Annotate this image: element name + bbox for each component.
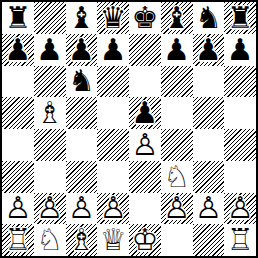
- square-a7[interactable]: ♟♟: [2, 34, 34, 66]
- piece-halo: ♟: [224, 193, 256, 225]
- square-f6[interactable]: [161, 66, 193, 98]
- black-king-e8: ♚: [129, 2, 161, 34]
- square-h3[interactable]: [224, 161, 256, 193]
- square-e8[interactable]: ♚♚: [129, 2, 161, 34]
- square-f1[interactable]: [161, 224, 193, 256]
- square-h5[interactable]: [224, 97, 256, 129]
- square-h6[interactable]: [224, 66, 256, 98]
- square-d6[interactable]: [97, 66, 129, 98]
- square-e7[interactable]: [129, 34, 161, 66]
- square-b3[interactable]: [34, 161, 66, 193]
- piece-halo: ♜: [224, 2, 256, 34]
- square-a2[interactable]: ♟♙: [2, 193, 34, 225]
- square-b7[interactable]: ♟♟: [34, 34, 66, 66]
- square-b1[interactable]: ♞♘: [34, 224, 66, 256]
- black-bishop-f8: ♝: [161, 2, 193, 34]
- piece-halo: ♚: [129, 2, 161, 34]
- black-pawn-c7: ♟: [66, 34, 98, 66]
- square-b2[interactable]: ♟♙: [34, 193, 66, 225]
- white-rook-h1: ♖: [224, 224, 256, 256]
- square-g7[interactable]: ♟♟: [193, 34, 225, 66]
- piece-halo: ♜: [2, 224, 34, 256]
- piece-halo: ♞: [66, 66, 98, 98]
- black-pawn-a7: ♟: [2, 34, 34, 66]
- white-queen-d1: ♕: [97, 224, 129, 256]
- square-e3[interactable]: [129, 161, 161, 193]
- piece-halo: ♟: [66, 34, 98, 66]
- square-d1[interactable]: ♛♕: [97, 224, 129, 256]
- piece-halo: ♟: [66, 193, 98, 225]
- piece-halo: ♟: [34, 193, 66, 225]
- square-d4[interactable]: [97, 129, 129, 161]
- chess-board-frame: ♜♜♝♝♛♛♚♚♝♝♞♞♜♜♟♟♟♟♟♟♟♟♟♟♟♟♟♟♞♞♝♗♟♟♟♙♞♘♟♙…: [0, 0, 258, 258]
- black-knight-c6: ♞: [66, 66, 98, 98]
- square-f5[interactable]: [161, 97, 193, 129]
- piece-halo: ♟: [193, 34, 225, 66]
- piece-halo: ♞: [34, 224, 66, 256]
- black-rook-a8: ♜: [2, 2, 34, 34]
- white-king-e1: ♔: [129, 224, 161, 256]
- square-c1[interactable]: ♝♗: [66, 224, 98, 256]
- square-h1[interactable]: ♜♖: [224, 224, 256, 256]
- white-pawn-d2: ♙: [97, 193, 129, 225]
- square-b8[interactable]: [34, 2, 66, 34]
- white-pawn-h2: ♙: [224, 193, 256, 225]
- black-pawn-f7: ♟: [161, 34, 193, 66]
- white-pawn-a2: ♙: [2, 193, 34, 225]
- square-c7[interactable]: ♟♟: [66, 34, 98, 66]
- white-rook-a1: ♖: [2, 224, 34, 256]
- white-knight-f3: ♘: [161, 161, 193, 193]
- white-pawn-g2: ♙: [193, 193, 225, 225]
- square-h8[interactable]: ♜♜: [224, 2, 256, 34]
- piece-halo: ♝: [161, 2, 193, 34]
- white-bishop-b5: ♗: [34, 97, 66, 129]
- black-pawn-g7: ♟: [193, 34, 225, 66]
- square-g4[interactable]: [193, 129, 225, 161]
- square-a5[interactable]: [2, 97, 34, 129]
- square-g3[interactable]: [193, 161, 225, 193]
- piece-halo: ♟: [129, 97, 161, 129]
- white-pawn-f2: ♙: [161, 193, 193, 225]
- white-knight-b1: ♘: [34, 224, 66, 256]
- square-a6[interactable]: [2, 66, 34, 98]
- chess-board: ♜♜♝♝♛♛♚♚♝♝♞♞♜♜♟♟♟♟♟♟♟♟♟♟♟♟♟♟♞♞♝♗♟♟♟♙♞♘♟♙…: [2, 2, 256, 256]
- square-g2[interactable]: ♟♙: [193, 193, 225, 225]
- square-c4[interactable]: [66, 129, 98, 161]
- square-c6[interactable]: ♞♞: [66, 66, 98, 98]
- square-c5[interactable]: [66, 97, 98, 129]
- piece-halo: ♞: [161, 161, 193, 193]
- piece-halo: ♟: [161, 193, 193, 225]
- piece-halo: ♝: [34, 97, 66, 129]
- piece-halo: ♟: [161, 34, 193, 66]
- square-a8[interactable]: ♜♜: [2, 2, 34, 34]
- piece-halo: ♟: [34, 34, 66, 66]
- square-h4[interactable]: [224, 129, 256, 161]
- white-pawn-b2: ♙: [34, 193, 66, 225]
- square-b6[interactable]: [34, 66, 66, 98]
- black-rook-h8: ♜: [224, 2, 256, 34]
- piece-halo: ♟: [129, 129, 161, 161]
- square-d5[interactable]: [97, 97, 129, 129]
- black-pawn-h7: ♟: [224, 34, 256, 66]
- square-b4[interactable]: [34, 129, 66, 161]
- black-queen-d8: ♛: [97, 2, 129, 34]
- square-h2[interactable]: ♟♙: [224, 193, 256, 225]
- square-d2[interactable]: ♟♙: [97, 193, 129, 225]
- white-pawn-e4: ♙: [129, 129, 161, 161]
- square-d7[interactable]: ♟♟: [97, 34, 129, 66]
- square-g8[interactable]: ♞♞: [193, 2, 225, 34]
- square-f8[interactable]: ♝♝: [161, 2, 193, 34]
- black-pawn-e5: ♟: [129, 97, 161, 129]
- square-f3[interactable]: ♞♘: [161, 161, 193, 193]
- piece-halo: ♟: [97, 193, 129, 225]
- black-bishop-c8: ♝: [66, 2, 98, 34]
- square-e5[interactable]: ♟♟: [129, 97, 161, 129]
- square-b5[interactable]: ♝♗: [34, 97, 66, 129]
- square-g5[interactable]: [193, 97, 225, 129]
- piece-halo: ♟: [224, 34, 256, 66]
- piece-halo: ♝: [66, 224, 98, 256]
- square-c2[interactable]: ♟♙: [66, 193, 98, 225]
- piece-halo: ♜: [224, 224, 256, 256]
- square-e1[interactable]: ♚♔: [129, 224, 161, 256]
- square-a3[interactable]: [2, 161, 34, 193]
- piece-halo: ♜: [2, 2, 34, 34]
- square-f2[interactable]: ♟♙: [161, 193, 193, 225]
- piece-halo: ♞: [193, 2, 225, 34]
- white-bishop-c1: ♗: [66, 224, 98, 256]
- black-knight-g8: ♞: [193, 2, 225, 34]
- piece-halo: ♛: [97, 2, 129, 34]
- square-g1[interactable]: [193, 224, 225, 256]
- square-a1[interactable]: ♜♖: [2, 224, 34, 256]
- black-pawn-d7: ♟: [97, 34, 129, 66]
- square-d8[interactable]: ♛♛: [97, 2, 129, 34]
- white-pawn-c2: ♙: [66, 193, 98, 225]
- square-d3[interactable]: [97, 161, 129, 193]
- piece-halo: ♟: [2, 34, 34, 66]
- square-c8[interactable]: ♝♝: [66, 2, 98, 34]
- piece-halo: ♛: [97, 224, 129, 256]
- piece-halo: ♟: [193, 193, 225, 225]
- square-f7[interactable]: ♟♟: [161, 34, 193, 66]
- square-f4[interactable]: [161, 129, 193, 161]
- piece-halo: ♟: [97, 34, 129, 66]
- square-c3[interactable]: [66, 161, 98, 193]
- piece-halo: ♝: [66, 2, 98, 34]
- square-a4[interactable]: [2, 129, 34, 161]
- square-e2[interactable]: [129, 193, 161, 225]
- square-e4[interactable]: ♟♙: [129, 129, 161, 161]
- piece-halo: ♟: [2, 193, 34, 225]
- square-e6[interactable]: [129, 66, 161, 98]
- piece-halo: ♚: [129, 224, 161, 256]
- square-g6[interactable]: [193, 66, 225, 98]
- black-pawn-b7: ♟: [34, 34, 66, 66]
- square-h7[interactable]: ♟♟: [224, 34, 256, 66]
